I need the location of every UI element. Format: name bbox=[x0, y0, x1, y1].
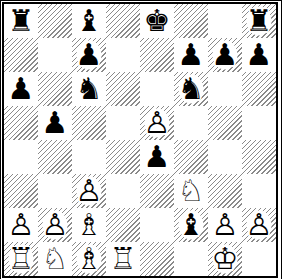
black-pawn-icon: ♟ bbox=[42, 106, 69, 140]
square-d2[interactable] bbox=[106, 208, 140, 242]
board-frame: ♜♝♚♜♟♟♟♟♟♞♞♟♙♟♙♘♙♙♗♝♙♙♖♘♗♖♔ bbox=[0, 0, 282, 279]
square-h8[interactable]: ♜ bbox=[242, 4, 276, 38]
white-pawn-icon: ♙ bbox=[144, 106, 171, 140]
square-a5[interactable] bbox=[4, 106, 38, 140]
chess-board: ♜♝♚♜♟♟♟♟♟♞♞♟♙♟♙♘♙♙♗♝♙♙♖♘♗♖♔ bbox=[2, 2, 278, 278]
square-g3[interactable] bbox=[208, 174, 242, 208]
square-b5[interactable]: ♟ bbox=[38, 106, 72, 140]
square-a6[interactable]: ♟ bbox=[4, 72, 38, 106]
white-bishop-icon: ♗ bbox=[76, 242, 103, 276]
black-rook-icon: ♜ bbox=[8, 4, 35, 38]
square-c4[interactable] bbox=[72, 140, 106, 174]
black-pawn-icon: ♟ bbox=[212, 38, 239, 72]
square-c8[interactable]: ♝ bbox=[72, 4, 106, 38]
square-a4[interactable] bbox=[4, 140, 38, 174]
black-pawn-icon: ♟ bbox=[178, 38, 205, 72]
square-b6[interactable] bbox=[38, 72, 72, 106]
square-g1[interactable]: ♔ bbox=[208, 242, 242, 276]
black-pawn-icon: ♟ bbox=[76, 38, 103, 72]
square-d3[interactable] bbox=[106, 174, 140, 208]
square-d8[interactable] bbox=[106, 4, 140, 38]
square-a8[interactable]: ♜ bbox=[4, 4, 38, 38]
black-pawn-icon: ♟ bbox=[246, 38, 273, 72]
black-knight-icon: ♞ bbox=[178, 72, 205, 106]
square-c7[interactable]: ♟ bbox=[72, 38, 106, 72]
square-f7[interactable]: ♟ bbox=[174, 38, 208, 72]
square-d1[interactable]: ♖ bbox=[106, 242, 140, 276]
square-c6[interactable]: ♞ bbox=[72, 72, 106, 106]
black-knight-icon: ♞ bbox=[76, 72, 103, 106]
black-pawn-icon: ♟ bbox=[144, 140, 171, 174]
square-g5[interactable] bbox=[208, 106, 242, 140]
square-a2[interactable]: ♙ bbox=[4, 208, 38, 242]
white-bishop-icon: ♗ bbox=[76, 208, 103, 242]
square-f3[interactable]: ♘ bbox=[174, 174, 208, 208]
square-e1[interactable] bbox=[140, 242, 174, 276]
square-e7[interactable] bbox=[140, 38, 174, 72]
white-rook-icon: ♖ bbox=[8, 242, 35, 276]
square-c5[interactable] bbox=[72, 106, 106, 140]
square-a3[interactable] bbox=[4, 174, 38, 208]
black-bishop-icon: ♝ bbox=[76, 4, 103, 38]
white-rook-icon: ♖ bbox=[110, 242, 137, 276]
black-rook-icon: ♜ bbox=[246, 4, 273, 38]
square-g8[interactable] bbox=[208, 4, 242, 38]
square-f4[interactable] bbox=[174, 140, 208, 174]
square-h6[interactable] bbox=[242, 72, 276, 106]
white-pawn-icon: ♙ bbox=[212, 208, 239, 242]
square-c1[interactable]: ♗ bbox=[72, 242, 106, 276]
square-b8[interactable] bbox=[38, 4, 72, 38]
square-e8[interactable]: ♚ bbox=[140, 4, 174, 38]
white-pawn-icon: ♙ bbox=[42, 208, 69, 242]
square-b3[interactable] bbox=[38, 174, 72, 208]
square-e5[interactable]: ♙ bbox=[140, 106, 174, 140]
black-king-icon: ♚ bbox=[144, 4, 171, 38]
square-h7[interactable]: ♟ bbox=[242, 38, 276, 72]
square-g6[interactable] bbox=[208, 72, 242, 106]
white-pawn-icon: ♙ bbox=[76, 174, 103, 208]
square-c2[interactable]: ♗ bbox=[72, 208, 106, 242]
square-c3[interactable]: ♙ bbox=[72, 174, 106, 208]
square-h5[interactable] bbox=[242, 106, 276, 140]
square-b2[interactable]: ♙ bbox=[38, 208, 72, 242]
square-g7[interactable]: ♟ bbox=[208, 38, 242, 72]
square-e6[interactable] bbox=[140, 72, 174, 106]
square-d6[interactable] bbox=[106, 72, 140, 106]
square-a7[interactable] bbox=[4, 38, 38, 72]
square-g2[interactable]: ♙ bbox=[208, 208, 242, 242]
square-e2[interactable] bbox=[140, 208, 174, 242]
square-f2[interactable]: ♝ bbox=[174, 208, 208, 242]
square-h2[interactable]: ♙ bbox=[242, 208, 276, 242]
square-d4[interactable] bbox=[106, 140, 140, 174]
white-knight-icon: ♘ bbox=[178, 174, 205, 208]
square-b7[interactable] bbox=[38, 38, 72, 72]
square-f1[interactable] bbox=[174, 242, 208, 276]
square-h1[interactable] bbox=[242, 242, 276, 276]
square-d5[interactable] bbox=[106, 106, 140, 140]
white-pawn-icon: ♙ bbox=[246, 208, 273, 242]
square-b1[interactable]: ♘ bbox=[38, 242, 72, 276]
white-knight-icon: ♘ bbox=[42, 242, 69, 276]
square-h3[interactable] bbox=[242, 174, 276, 208]
square-e3[interactable] bbox=[140, 174, 174, 208]
square-f8[interactable] bbox=[174, 4, 208, 38]
square-b4[interactable] bbox=[38, 140, 72, 174]
square-f6[interactable]: ♞ bbox=[174, 72, 208, 106]
square-e4[interactable]: ♟ bbox=[140, 140, 174, 174]
square-f5[interactable] bbox=[174, 106, 208, 140]
white-king-icon: ♔ bbox=[212, 242, 239, 276]
square-h4[interactable] bbox=[242, 140, 276, 174]
black-bishop-icon: ♝ bbox=[178, 208, 205, 242]
square-d7[interactable] bbox=[106, 38, 140, 72]
white-pawn-icon: ♙ bbox=[8, 208, 35, 242]
square-g4[interactable] bbox=[208, 140, 242, 174]
black-pawn-icon: ♟ bbox=[8, 72, 35, 106]
square-a1[interactable]: ♖ bbox=[4, 242, 38, 276]
